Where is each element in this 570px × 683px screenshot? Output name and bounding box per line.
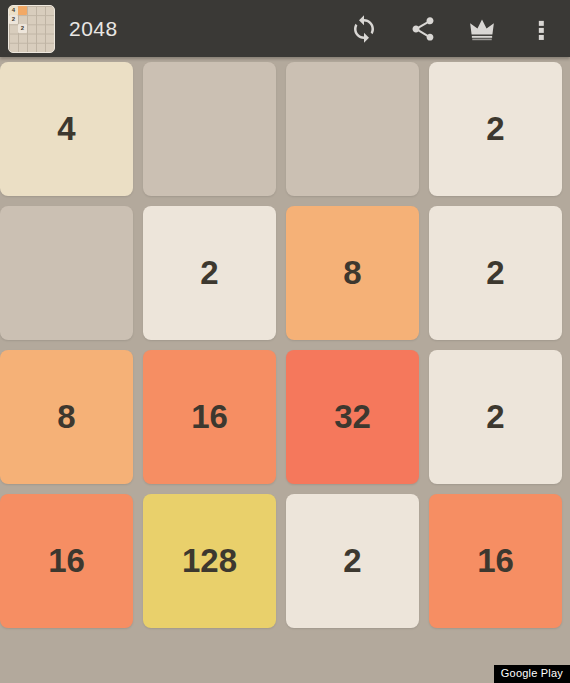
tile-2: 2 bbox=[429, 62, 562, 196]
crown-icon bbox=[466, 13, 498, 45]
refresh-icon bbox=[349, 14, 379, 44]
share-button[interactable] bbox=[393, 0, 452, 57]
tile-16: 16 bbox=[143, 350, 276, 484]
share-icon bbox=[409, 15, 437, 43]
game-board[interactable]: 4228281632216128216 bbox=[0, 62, 562, 628]
launcher-mini-tile: 2 bbox=[18, 24, 27, 33]
tile-2: 2 bbox=[143, 206, 276, 340]
app-title: 2048 bbox=[69, 17, 118, 41]
overflow-menu-button[interactable] bbox=[511, 0, 570, 57]
refresh-button[interactable] bbox=[334, 0, 393, 57]
app-bar: 422 2048 bbox=[0, 0, 570, 57]
empty-cell bbox=[143, 62, 276, 196]
launcher-mini-tile bbox=[18, 6, 27, 15]
tile-8: 8 bbox=[0, 350, 133, 484]
overflow-menu-icon bbox=[528, 14, 554, 44]
empty-cell bbox=[286, 62, 419, 196]
google-play-badge: Google Play bbox=[494, 665, 570, 683]
launcher-mini-tile: 4 bbox=[9, 6, 18, 15]
tile-2: 2 bbox=[429, 206, 562, 340]
launcher-mini-tile: 2 bbox=[9, 15, 18, 24]
app-launcher-icon: 422 bbox=[8, 5, 55, 53]
tile-4: 4 bbox=[0, 62, 133, 196]
tile-16: 16 bbox=[429, 494, 562, 628]
empty-cell bbox=[0, 206, 133, 340]
tile-2: 2 bbox=[286, 494, 419, 628]
tile-128: 128 bbox=[143, 494, 276, 628]
leaderboard-button[interactable] bbox=[452, 0, 511, 57]
tile-16: 16 bbox=[0, 494, 133, 628]
tile-8: 8 bbox=[286, 206, 419, 340]
tile-32: 32 bbox=[286, 350, 419, 484]
tile-2: 2 bbox=[429, 350, 562, 484]
